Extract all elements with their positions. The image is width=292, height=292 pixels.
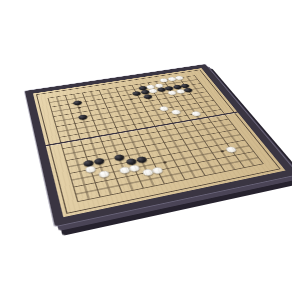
- black-stone: [77, 115, 87, 121]
- white-stone: [97, 170, 109, 178]
- board-scene: [25, 65, 292, 227]
- white-stone: [85, 166, 97, 174]
- star-point: [220, 150, 224, 152]
- star-point: [77, 107, 80, 109]
- white-stone: [225, 146, 238, 153]
- white-stone: [190, 111, 201, 117]
- white-stone: [159, 106, 170, 112]
- go-board-frame: [25, 65, 292, 227]
- black-stone: [142, 94, 152, 99]
- white-stone: [128, 165, 140, 173]
- star-point: [162, 161, 166, 164]
- black-stone: [113, 154, 125, 162]
- black-stone: [93, 158, 105, 166]
- black-stone: [135, 156, 147, 164]
- white-stone: [151, 167, 164, 175]
- product-photo: [0, 0, 292, 292]
- white-stone: [170, 109, 181, 115]
- star-point: [129, 99, 132, 101]
- black-stone: [72, 101, 82, 107]
